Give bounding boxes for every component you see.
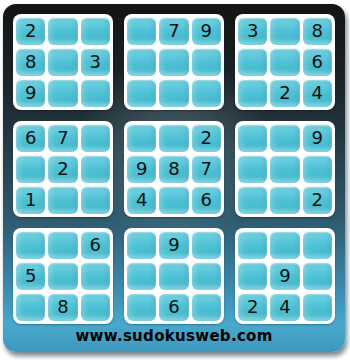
- cell-r9c8[interactable]: 4: [270, 293, 299, 321]
- cell-r9c4[interactable]: [127, 293, 156, 321]
- cell-r6c6[interactable]: 6: [192, 186, 221, 214]
- cell-r1c3[interactable]: [81, 17, 110, 45]
- cell-r7c7[interactable]: [238, 231, 267, 259]
- cell-r2c1[interactable]: 8: [16, 48, 45, 76]
- cell-r7c2[interactable]: [48, 231, 77, 259]
- cell-r2c5[interactable]: [159, 48, 188, 76]
- cell-r2c8[interactable]: [270, 48, 299, 76]
- cell-r4c8[interactable]: [270, 124, 299, 152]
- cell-r2c7[interactable]: [238, 48, 267, 76]
- cell-r5c6[interactable]: 7: [192, 155, 221, 183]
- cell-r6c8[interactable]: [270, 186, 299, 214]
- cell-r3c6[interactable]: [192, 79, 221, 107]
- cell-r6c5[interactable]: [159, 186, 188, 214]
- cell-r5c1[interactable]: [16, 155, 45, 183]
- cell-r9c7[interactable]: 2: [238, 293, 267, 321]
- cell-r5c7[interactable]: [238, 155, 267, 183]
- cell-r7c5[interactable]: 9: [159, 231, 188, 259]
- cell-r7c1[interactable]: [16, 231, 45, 259]
- cell-r4c2[interactable]: 7: [48, 124, 77, 152]
- box-7: 658: [13, 228, 113, 324]
- cell-r9c5[interactable]: 6: [159, 293, 188, 321]
- cell-r6c1[interactable]: 1: [16, 186, 45, 214]
- sudoku-grid: 2839793862467212987469265896924: [13, 14, 335, 324]
- cell-r5c3[interactable]: [81, 155, 110, 183]
- cell-r1c6[interactable]: 9: [192, 17, 221, 45]
- cell-r3c5[interactable]: [159, 79, 188, 107]
- cell-r9c3[interactable]: [81, 293, 110, 321]
- cell-r6c9[interactable]: 2: [303, 186, 332, 214]
- box-3: 38624: [235, 14, 335, 110]
- cell-r5c2[interactable]: 2: [48, 155, 77, 183]
- cell-r6c3[interactable]: [81, 186, 110, 214]
- cell-r1c1[interactable]: 2: [16, 17, 45, 45]
- cell-r5c9[interactable]: [303, 155, 332, 183]
- cell-r3c2[interactable]: [48, 79, 77, 107]
- cell-r5c4[interactable]: 9: [127, 155, 156, 183]
- cell-r4c4[interactable]: [127, 124, 156, 152]
- cell-r5c5[interactable]: 8: [159, 155, 188, 183]
- cell-r2c4[interactable]: [127, 48, 156, 76]
- cell-r6c7[interactable]: [238, 186, 267, 214]
- box-1: 2839: [13, 14, 113, 110]
- cell-r7c9[interactable]: [303, 231, 332, 259]
- cell-r2c3[interactable]: 3: [81, 48, 110, 76]
- cell-r5c8[interactable]: [270, 155, 299, 183]
- cell-r8c9[interactable]: [303, 262, 332, 290]
- cell-r4c6[interactable]: 2: [192, 124, 221, 152]
- cell-r8c1[interactable]: 5: [16, 262, 45, 290]
- cell-r2c2[interactable]: [48, 48, 77, 76]
- cell-r3c4[interactable]: [127, 79, 156, 107]
- cell-r8c3[interactable]: [81, 262, 110, 290]
- cell-r3c1[interactable]: 9: [16, 79, 45, 107]
- cell-r3c7[interactable]: [238, 79, 267, 107]
- box-4: 6721: [13, 121, 113, 217]
- cell-r3c3[interactable]: [81, 79, 110, 107]
- cell-r3c8[interactable]: 2: [270, 79, 299, 107]
- box-6: 92: [235, 121, 335, 217]
- cell-r7c6[interactable]: [192, 231, 221, 259]
- cell-r4c7[interactable]: [238, 124, 267, 152]
- cell-r1c5[interactable]: 7: [159, 17, 188, 45]
- cell-r2c9[interactable]: 6: [303, 48, 332, 76]
- cell-r7c8[interactable]: [270, 231, 299, 259]
- cell-r8c4[interactable]: [127, 262, 156, 290]
- cell-r4c5[interactable]: [159, 124, 188, 152]
- cell-r1c9[interactable]: 8: [303, 17, 332, 45]
- box-9: 924: [235, 228, 335, 324]
- cell-r9c6[interactable]: [192, 293, 221, 321]
- cell-r4c9[interactable]: 9: [303, 124, 332, 152]
- cell-r7c3[interactable]: 6: [81, 231, 110, 259]
- cell-r1c8[interactable]: [270, 17, 299, 45]
- cell-r6c2[interactable]: [48, 186, 77, 214]
- cell-r1c4[interactable]: [127, 17, 156, 45]
- cell-r6c4[interactable]: 4: [127, 186, 156, 214]
- cell-r4c1[interactable]: 6: [16, 124, 45, 152]
- sudoku-board: 2839793862467212987469265896924 www.sudo…: [3, 4, 345, 352]
- footer-url[interactable]: www.sudokusweb.com: [3, 327, 345, 345]
- cell-r1c7[interactable]: 3: [238, 17, 267, 45]
- cell-r9c1[interactable]: [16, 293, 45, 321]
- box-5: 298746: [124, 121, 224, 217]
- cell-r9c2[interactable]: 8: [48, 293, 77, 321]
- cell-r8c8[interactable]: 9: [270, 262, 299, 290]
- cell-r4c3[interactable]: [81, 124, 110, 152]
- cell-r8c6[interactable]: [192, 262, 221, 290]
- box-8: 96: [124, 228, 224, 324]
- cell-r3c9[interactable]: 4: [303, 79, 332, 107]
- box-2: 79: [124, 14, 224, 110]
- cell-r7c4[interactable]: [127, 231, 156, 259]
- cell-r8c5[interactable]: [159, 262, 188, 290]
- cell-r8c2[interactable]: [48, 262, 77, 290]
- cell-r1c2[interactable]: [48, 17, 77, 45]
- cell-r9c9[interactable]: [303, 293, 332, 321]
- cell-r8c7[interactable]: [238, 262, 267, 290]
- cell-r2c6[interactable]: [192, 48, 221, 76]
